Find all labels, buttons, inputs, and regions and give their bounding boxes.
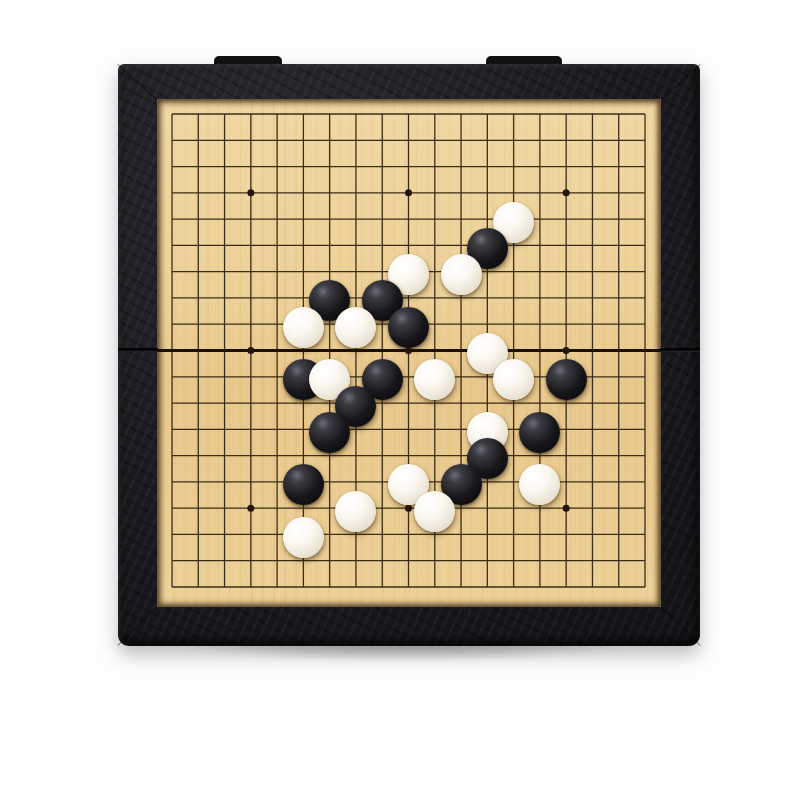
frame-miter-seam (661, 64, 701, 100)
product-photo: ●●●●●●●●●●●●●○○○○○○○○○○○○○○○ (0, 0, 800, 800)
black-stone: ● (309, 412, 350, 453)
black-stone: ● (546, 359, 587, 400)
fold-seam-right (660, 348, 700, 352)
white-stone: ○ (335, 307, 376, 348)
board-frame: ●●●●●●●●●●●●●○○○○○○○○○○○○○○○ (118, 64, 700, 646)
white-stone: ○ (283, 517, 324, 558)
go-board: ●●●●●●●●●●●●●○○○○○○○○○○○○○○○ (157, 99, 661, 607)
frame-miter-seam (660, 606, 700, 646)
black-stone: ● (388, 307, 429, 348)
white-stone: ○ (493, 359, 534, 400)
white-stone: ○ (414, 359, 455, 400)
frame-miter-seam (117, 64, 157, 100)
black-stone: ● (283, 464, 324, 505)
white-stone: ○ (519, 464, 560, 505)
white-stone: ○ (283, 307, 324, 348)
stones-layer: ●●●●●●●●●●●●●○○○○○○○○○○○○○○○ (158, 100, 662, 608)
white-stone: ○ (335, 491, 376, 532)
frame-miter-seam (117, 606, 157, 646)
white-stone: ○ (441, 254, 482, 295)
white-stone: ○ (414, 491, 455, 532)
black-stone: ● (519, 412, 560, 453)
fold-seam-left (118, 348, 158, 352)
